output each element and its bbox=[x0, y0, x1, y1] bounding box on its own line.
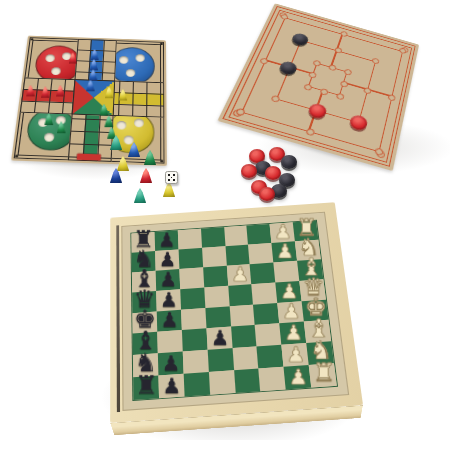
chess-square: ♟ bbox=[272, 241, 298, 262]
chess-piece-wP: ♟ bbox=[228, 264, 252, 284]
ludo-yard-hole bbox=[124, 135, 134, 144]
chess-box: ♜♟♟♜♞♟♟♞♝♟♟♝♛♟♟♛♚♟♟♚♝♟♟♝♞♟♟♞♜♟♟♜ bbox=[110, 202, 363, 423]
chess-square: ♟ bbox=[158, 374, 184, 398]
chess-square bbox=[229, 304, 255, 327]
chess-grid: ♜♟♟♜♞♟♟♞♝♟♟♝♛♟♟♛♚♟♟♚♝♟♟♝♞♟♟♞♜♟♟♜ bbox=[130, 220, 338, 401]
chess-square bbox=[252, 282, 278, 304]
chess-box-area: ♜♟♟♜♞♟♟♞♝♟♟♝♛♟♟♛♚♟♟♚♝♟♟♝♞♟♟♞♜♟♟♜ bbox=[102, 210, 362, 445]
ludo-border-dot bbox=[160, 42, 163, 45]
morris-board-area bbox=[258, 24, 450, 174]
chess-piece-wP: ♟ bbox=[273, 241, 297, 261]
chess-piece-wP: ♟ bbox=[286, 366, 311, 387]
ludo-yard-hole bbox=[116, 121, 126, 130]
chess-square: ♟ bbox=[206, 327, 232, 350]
chess-piece-wP: ♟ bbox=[279, 301, 304, 321]
chess-square bbox=[182, 329, 208, 352]
chess-square: ♟ bbox=[158, 352, 184, 376]
chess-square: ♜ bbox=[309, 363, 337, 387]
chess-square bbox=[201, 227, 225, 248]
chess-board-sheet: ♜♟♟♜♞♟♟♞♝♟♟♝♛♟♟♛♚♟♟♚♝♟♟♝♞♟♟♞♜♟♟♜ bbox=[121, 212, 349, 411]
dice bbox=[165, 171, 178, 184]
ludo-yard-hole bbox=[134, 119, 144, 128]
chess-square bbox=[228, 284, 254, 306]
chess-box-lid-groove bbox=[116, 225, 120, 412]
chess-square bbox=[178, 229, 202, 250]
chess-square bbox=[180, 287, 205, 309]
ludo-border-dot bbox=[160, 160, 163, 163]
loose-disc-red bbox=[259, 187, 275, 201]
chess-box-lid: ♜♟♟♜♞♟♟♞♝♟♟♝♛♟♟♛♚♟♟♚♝♟♟♝♞♟♟♞♜♟♟♜ bbox=[110, 202, 363, 423]
chess-piece-wP: ♟ bbox=[277, 281, 301, 301]
ludo-yard-hole bbox=[51, 67, 61, 75]
chess-square bbox=[248, 243, 273, 264]
chess-square bbox=[183, 350, 209, 374]
chess-piece-bP: ♟ bbox=[158, 353, 183, 374]
loose-disc-red bbox=[241, 164, 257, 178]
chess-square bbox=[203, 266, 228, 288]
chess-square: ♟ bbox=[157, 309, 182, 332]
ludo-border-dot bbox=[30, 38, 33, 41]
morris-board bbox=[217, 3, 419, 171]
chess-piece-bP: ♟ bbox=[159, 375, 184, 396]
chess-square bbox=[250, 262, 276, 284]
chess-square bbox=[231, 325, 257, 348]
ludo-yard-hole bbox=[135, 54, 144, 62]
chess-square bbox=[259, 367, 286, 391]
chess-piece-wP: ♟ bbox=[281, 323, 306, 344]
chess-square: ♟ bbox=[226, 264, 251, 286]
chess-square bbox=[202, 246, 227, 267]
ludo-yard-hole bbox=[45, 54, 55, 62]
chess-square bbox=[234, 369, 261, 393]
chess-piece-bP: ♟ bbox=[157, 289, 181, 309]
chess-square bbox=[253, 303, 279, 326]
chess-piece-wR: ♜ bbox=[311, 360, 336, 386]
ludo-board bbox=[11, 36, 167, 166]
chess-square: ♟ bbox=[284, 365, 312, 389]
chess-piece-bP: ♟ bbox=[156, 269, 180, 289]
chess-piece-wP: ♟ bbox=[284, 344, 309, 365]
chess-piece-bP: ♟ bbox=[207, 328, 232, 349]
chess-square bbox=[204, 286, 229, 308]
chess-square bbox=[183, 372, 209, 396]
loose-disc-black bbox=[281, 155, 297, 169]
ludo-yard-hole bbox=[44, 133, 55, 142]
chess-square bbox=[232, 347, 259, 371]
loose-pawn-teal bbox=[134, 188, 146, 203]
chess-square bbox=[207, 348, 233, 372]
chess-square: ♜ bbox=[133, 376, 159, 400]
chess-square bbox=[179, 267, 204, 289]
chess-square bbox=[247, 224, 272, 245]
chess-piece-bR: ♜ bbox=[133, 373, 158, 399]
chess-square bbox=[181, 308, 206, 331]
ludo-yard-hole bbox=[119, 56, 128, 64]
ludo-yard-hole bbox=[126, 69, 136, 77]
chess-piece-bP: ♟ bbox=[157, 310, 182, 330]
chess-piece-bP: ♟ bbox=[155, 249, 179, 269]
chess-square bbox=[257, 345, 284, 369]
product-photo-scene: ♜♟♟♜♞♟♟♞♝♟♟♝♛♟♟♛♚♟♟♚♝♟♟♝♞♟♟♞♜♟♟♜ bbox=[0, 0, 450, 450]
chess-square bbox=[208, 370, 235, 394]
chess-square bbox=[224, 225, 249, 246]
ludo-border-dot bbox=[14, 154, 18, 157]
chess-square bbox=[178, 248, 202, 269]
chess-square bbox=[255, 323, 282, 346]
